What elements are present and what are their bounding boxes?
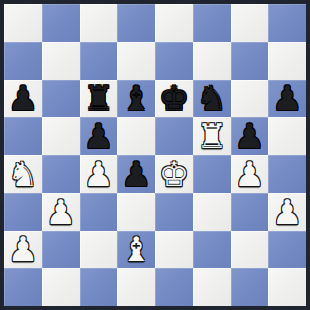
square-c8[interactable]	[80, 4, 118, 42]
square-a8[interactable]	[4, 4, 42, 42]
square-a4[interactable]: ♞	[4, 155, 42, 193]
square-d5[interactable]	[117, 117, 155, 155]
black-pawn[interactable]: ♟	[234, 119, 264, 153]
square-f2[interactable]	[193, 231, 231, 269]
square-f8[interactable]	[193, 4, 231, 42]
square-h5[interactable]	[268, 117, 306, 155]
black-bishop[interactable]: ♝	[121, 81, 151, 115]
square-d7[interactable]	[117, 42, 155, 80]
square-f5[interactable]: ♜	[193, 117, 231, 155]
black-pawn[interactable]: ♟	[83, 119, 113, 153]
white-pawn[interactable]: ♟	[83, 157, 113, 191]
square-a5[interactable]	[4, 117, 42, 155]
square-b4[interactable]	[42, 155, 80, 193]
square-d1[interactable]	[117, 268, 155, 306]
black-rook[interactable]: ♜	[83, 81, 113, 115]
square-f6[interactable]: ♞	[193, 80, 231, 118]
square-e8[interactable]	[155, 4, 193, 42]
square-g2[interactable]	[231, 231, 269, 269]
square-a6[interactable]: ♟	[4, 80, 42, 118]
square-b2[interactable]	[42, 231, 80, 269]
square-h3[interactable]: ♟	[268, 193, 306, 231]
square-e3[interactable]	[155, 193, 193, 231]
white-pawn[interactable]: ♟	[234, 157, 264, 191]
square-g7[interactable]	[231, 42, 269, 80]
square-b3[interactable]: ♟	[42, 193, 80, 231]
white-bishop[interactable]: ♝	[121, 232, 151, 266]
square-c3[interactable]	[80, 193, 118, 231]
white-knight[interactable]: ♞	[8, 157, 38, 191]
square-c1[interactable]	[80, 268, 118, 306]
square-g1[interactable]	[231, 268, 269, 306]
square-d4[interactable]: ♟	[117, 155, 155, 193]
square-e5[interactable]	[155, 117, 193, 155]
square-c7[interactable]	[80, 42, 118, 80]
white-pawn[interactable]: ♟	[272, 195, 302, 229]
square-e4[interactable]: ♚	[155, 155, 193, 193]
square-b1[interactable]	[42, 268, 80, 306]
square-e1[interactable]	[155, 268, 193, 306]
square-g6[interactable]	[231, 80, 269, 118]
square-h1[interactable]	[268, 268, 306, 306]
square-h2[interactable]	[268, 231, 306, 269]
square-b7[interactable]	[42, 42, 80, 80]
square-g3[interactable]	[231, 193, 269, 231]
square-d3[interactable]	[117, 193, 155, 231]
square-h8[interactable]	[268, 4, 306, 42]
square-h6[interactable]: ♟	[268, 80, 306, 118]
square-e2[interactable]	[155, 231, 193, 269]
square-d6[interactable]: ♝	[117, 80, 155, 118]
square-a2[interactable]: ♟	[4, 231, 42, 269]
square-h4[interactable]	[268, 155, 306, 193]
square-e7[interactable]	[155, 42, 193, 80]
black-king[interactable]: ♚	[159, 81, 189, 115]
chess-board: ♟♜♝♚♞♟♟♜♟♞♟♟♚♟♟♟♟♝	[4, 4, 306, 306]
square-d2[interactable]: ♝	[117, 231, 155, 269]
square-f4[interactable]	[193, 155, 231, 193]
board-frame: ♟♜♝♚♞♟♟♜♟♞♟♟♚♟♟♟♟♝	[0, 0, 310, 310]
white-pawn[interactable]: ♟	[8, 232, 38, 266]
white-king[interactable]: ♚	[159, 157, 189, 191]
square-b6[interactable]	[42, 80, 80, 118]
square-g8[interactable]	[231, 4, 269, 42]
square-g5[interactable]: ♟	[231, 117, 269, 155]
square-c4[interactable]: ♟	[80, 155, 118, 193]
square-b5[interactable]	[42, 117, 80, 155]
square-c2[interactable]	[80, 231, 118, 269]
square-d8[interactable]	[117, 4, 155, 42]
square-c6[interactable]: ♜	[80, 80, 118, 118]
black-pawn[interactable]: ♟	[272, 81, 302, 115]
square-f3[interactable]	[193, 193, 231, 231]
square-b8[interactable]	[42, 4, 80, 42]
black-pawn[interactable]: ♟	[121, 157, 151, 191]
square-a1[interactable]	[4, 268, 42, 306]
white-pawn[interactable]: ♟	[45, 195, 75, 229]
square-e6[interactable]: ♚	[155, 80, 193, 118]
black-pawn[interactable]: ♟	[8, 81, 38, 115]
square-f1[interactable]	[193, 268, 231, 306]
white-rook[interactable]: ♜	[196, 119, 226, 153]
square-f7[interactable]	[193, 42, 231, 80]
square-a3[interactable]	[4, 193, 42, 231]
square-g4[interactable]: ♟	[231, 155, 269, 193]
square-h7[interactable]	[268, 42, 306, 80]
square-c5[interactable]: ♟	[80, 117, 118, 155]
square-a7[interactable]	[4, 42, 42, 80]
black-knight[interactable]: ♞	[196, 81, 226, 115]
